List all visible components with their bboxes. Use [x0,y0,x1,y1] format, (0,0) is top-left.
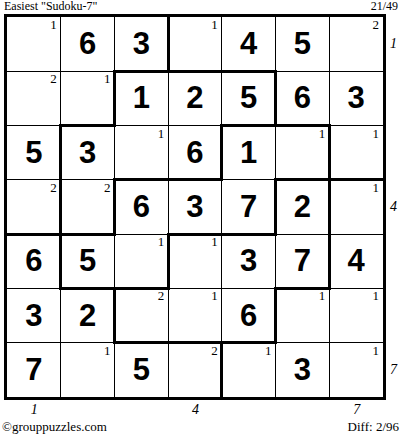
region-border-segment [274,178,331,181]
pencil-mark: 1 [50,17,57,32]
region-border-segment [59,124,62,181]
cell-value: 6 [7,234,61,288]
sudoku-cell-r1c2: 6 [61,17,115,71]
cell-value: 5 [114,343,168,397]
sudoku-cell-r4c3: 6 [114,180,168,234]
region-border-segment [220,341,223,397]
region-border-segment [220,233,277,236]
sudoku-cell-r6c1: 3 [7,288,61,342]
col-label-4: 4 [192,402,199,418]
region-border-segment [114,234,168,235]
sudoku-cell-r4c6: 2 [276,180,330,234]
col-label-1: 1 [31,402,38,418]
region-border-segment [167,17,170,73]
cell-value: 6 [168,126,222,180]
region-border-segment [113,178,170,181]
pencil-mark: 2 [158,288,165,303]
region-border-segment [168,71,169,125]
pencil-mark: 1 [319,126,326,141]
sudoku-cell-r5c4[interactable]: 1 [168,234,222,288]
region-border-segment [7,233,62,236]
region-border-segment [275,17,276,71]
region-border-segment [59,287,116,290]
sudoku-cell-r7c4[interactable]: 2 [168,343,222,397]
region-border-segment [114,125,168,126]
sudoku-cell-r2c4: 2 [168,71,222,125]
puzzle-title: Easiest "Sudoku-7" [4,0,97,13]
sudoku-cell-r4c4: 3 [168,180,222,234]
sudoku-cell-r4c2[interactable]: 2 [61,180,115,234]
region-border-segment [221,234,222,288]
sudoku-cell-r5c2: 5 [61,234,115,288]
sudoku-cell-r2c3: 1 [114,71,168,125]
cell-value: 2 [168,71,222,125]
region-border-segment [61,179,115,180]
pencil-mark: 1 [104,343,111,358]
sudoku-cell-r2c1[interactable]: 2 [7,71,61,125]
pencil-mark: 1 [372,126,379,141]
sudoku-cell-r7c1: 7 [7,343,61,397]
sudoku-cell-r1c3: 3 [114,17,168,71]
sudoku-board[interactable]: 1631452211256353161112263721651137432216… [4,14,386,400]
region-border-segment [168,288,222,289]
region-border-segment [329,71,383,72]
region-border-segment [329,71,330,125]
cell-value: 7 [276,234,330,288]
difficulty-text: Diff: 2/96 [348,419,399,434]
region-border-segment [275,126,276,180]
sudoku-cell-r6c2: 2 [61,288,115,342]
sudoku-cell-r1c5: 4 [222,17,276,71]
region-border-segment [276,71,330,72]
region-border-segment [221,288,222,342]
cell-value: 5 [7,126,61,180]
sudoku-cell-r6c4[interactable]: 1 [168,288,222,342]
sudoku-cell-r2c5: 5 [222,71,276,125]
cell-value: 6 [222,288,276,342]
region-border-segment [328,178,383,181]
region-border-segment [275,343,276,397]
sudoku-cell-r7c7[interactable]: 1 [329,343,383,397]
region-border-segment [60,17,61,71]
page: Easiest "Sudoku-7" 21/49 163145221125635… [0,0,403,437]
cell-value: 3 [61,126,115,180]
region-border-segment [220,70,277,73]
sudoku-cell-r5c6: 7 [276,234,330,288]
region-border-segment [59,233,116,236]
region-border-segment [274,70,277,127]
region-border-segment [114,234,115,288]
col-label-7: 7 [353,402,360,418]
pencil-mark: 2 [372,17,379,32]
pencil-mark: 1 [319,288,326,303]
region-border-segment [329,125,383,126]
region-border-segment [61,342,115,343]
region-border-segment [167,233,170,290]
sudoku-cell-r7c2[interactable]: 1 [61,343,115,397]
cell-value: 4 [329,234,383,288]
region-border-segment [59,178,62,235]
sudoku-cell-r1c6: 5 [276,17,330,71]
region-border-segment [7,71,61,72]
region-border-segment [168,125,222,126]
sudoku-cell-r3c6[interactable]: 1 [276,126,330,180]
sudoku-cell-r3c7[interactable]: 1 [329,126,383,180]
pencil-mark: 2 [104,180,111,195]
cell-value: 7 [7,343,61,397]
region-border-segment [220,341,277,344]
cell-value: 7 [222,180,276,234]
region-border-segment [329,343,330,397]
sudoku-cell-r1c4[interactable]: 1 [168,17,222,71]
cells-remaining-counter: 21/49 [371,0,398,13]
sudoku-cell-r2c7: 3 [329,71,383,125]
cell-value: 5 [276,17,330,71]
pencil-mark: 1 [372,343,379,358]
region-border-segment [221,71,222,125]
sudoku-cell-r6c7[interactable]: 1 [329,288,383,342]
cell-value: 5 [61,234,115,288]
region-border-segment [7,125,61,126]
region-border-segment [60,71,61,125]
sudoku-cell-r5c7: 4 [329,234,383,288]
region-border-segment [274,287,331,290]
sudoku-cell-r6c3[interactable]: 2 [114,288,168,342]
region-border-segment [113,341,170,344]
region-border-segment [114,343,115,397]
region-border-segment [329,288,383,289]
sudoku-cell-r1c1[interactable]: 1 [7,17,61,71]
cell-value: 6 [114,180,168,234]
sudoku-cell-r6c6[interactable]: 1 [276,288,330,342]
sudoku-cell-r5c5: 3 [222,234,276,288]
pencil-mark: 2 [50,71,57,86]
region-border-segment [167,70,224,73]
cell-value: 6 [61,17,115,71]
cell-value: 3 [222,234,276,288]
region-border-segment [113,178,116,235]
cell-value: 1 [114,71,168,125]
sudoku-cell-r3c3[interactable]: 1 [114,126,168,180]
cell-value: 2 [276,180,330,234]
region-border-segment [222,288,276,289]
region-border-segment [167,178,224,181]
region-border-segment [60,343,61,397]
cell-value: 2 [61,288,115,342]
pencil-mark: 1 [372,288,379,303]
cell-value: 6 [276,71,330,125]
pencil-mark: 1 [158,126,165,141]
region-border-segment [220,124,277,127]
region-border-segment [168,288,169,342]
cell-value: 3 [329,71,383,125]
sudoku-cell-r7c5[interactable]: 1 [222,343,276,397]
pencil-mark: 1 [211,234,218,249]
region-border-segment [222,179,276,180]
row-label-4: 4 [390,199,397,215]
region-border-segment [114,126,115,180]
row-label-1: 1 [390,36,397,52]
sudoku-cell-r4c7[interactable]: 1 [329,180,383,234]
region-border-segment [328,233,331,290]
region-border-segment [167,233,224,236]
pencil-mark: 1 [158,234,165,249]
sudoku-cell-r5c1: 6 [7,234,61,288]
region-border-segment [167,341,224,344]
region-border-segment [329,234,383,235]
cell-value: 3 [168,180,222,234]
region-border-segment [59,124,116,127]
sudoku-cell-r3c5: 1 [222,126,276,180]
region-border-segment [60,288,61,342]
region-border-segment [328,124,331,181]
region-border-segment [220,124,223,181]
region-border-segment [7,342,61,343]
cell-value: 3 [276,343,330,397]
sudoku-cell-r3c1: 5 [7,126,61,180]
sudoku-cell-r7c6: 3 [276,343,330,397]
sudoku-cell-r5c3[interactable]: 1 [114,234,168,288]
region-border-segment [329,342,383,343]
pencil-mark: 1 [211,17,218,32]
pencil-mark: 2 [211,343,218,358]
sudoku-cell-r6c5: 6 [222,288,276,342]
cell-value: 1 [222,126,276,180]
region-border-segment [274,124,331,127]
sudoku-cell-r7c3: 5 [114,343,168,397]
region-border-segment [168,126,169,180]
region-border-segment [113,287,116,344]
pencil-mark: 2 [50,180,57,195]
pencil-mark: 1 [265,343,272,358]
region-border-segment [276,342,330,343]
cell-value: 4 [222,17,276,71]
sudoku-cell-r4c5: 7 [222,180,276,234]
sudoku-cell-r3c4: 6 [168,126,222,180]
region-border-segment [7,179,61,180]
copyright-text: ©grouppuzzles.com [2,419,107,434]
region-border-segment [274,178,277,235]
region-border-segment [113,70,170,73]
region-border-segment [61,71,115,72]
region-border-segment [59,233,62,290]
pencil-mark: 1 [104,71,111,86]
sudoku-cell-r3c2: 3 [61,126,115,180]
sudoku-cell-r2c6: 6 [276,71,330,125]
region-border-segment [7,288,61,289]
region-border-segment [276,234,330,235]
cell-value: 5 [222,71,276,125]
sudoku-cell-r1c7[interactable]: 2 [329,17,383,71]
region-border-segment [113,287,170,290]
region-border-segment [221,180,222,234]
region-border-segment [114,17,115,71]
region-border-segment [168,180,169,234]
region-border-segment [329,17,330,71]
region-border-segment [328,178,331,235]
region-border-segment [329,288,330,342]
region-border-segment [274,287,277,344]
cell-value: 3 [7,288,61,342]
pencil-mark: 1 [211,288,218,303]
pencil-mark: 1 [372,180,379,195]
region-border-segment [113,70,116,127]
region-border-segment [168,343,169,397]
sudoku-cell-r4c1[interactable]: 2 [7,180,61,234]
region-border-segment [221,17,222,71]
row-label-7: 7 [390,362,397,378]
sudoku-cell-r2c2[interactable]: 1 [61,71,115,125]
region-border-segment [275,234,276,288]
cell-value: 3 [114,17,168,71]
